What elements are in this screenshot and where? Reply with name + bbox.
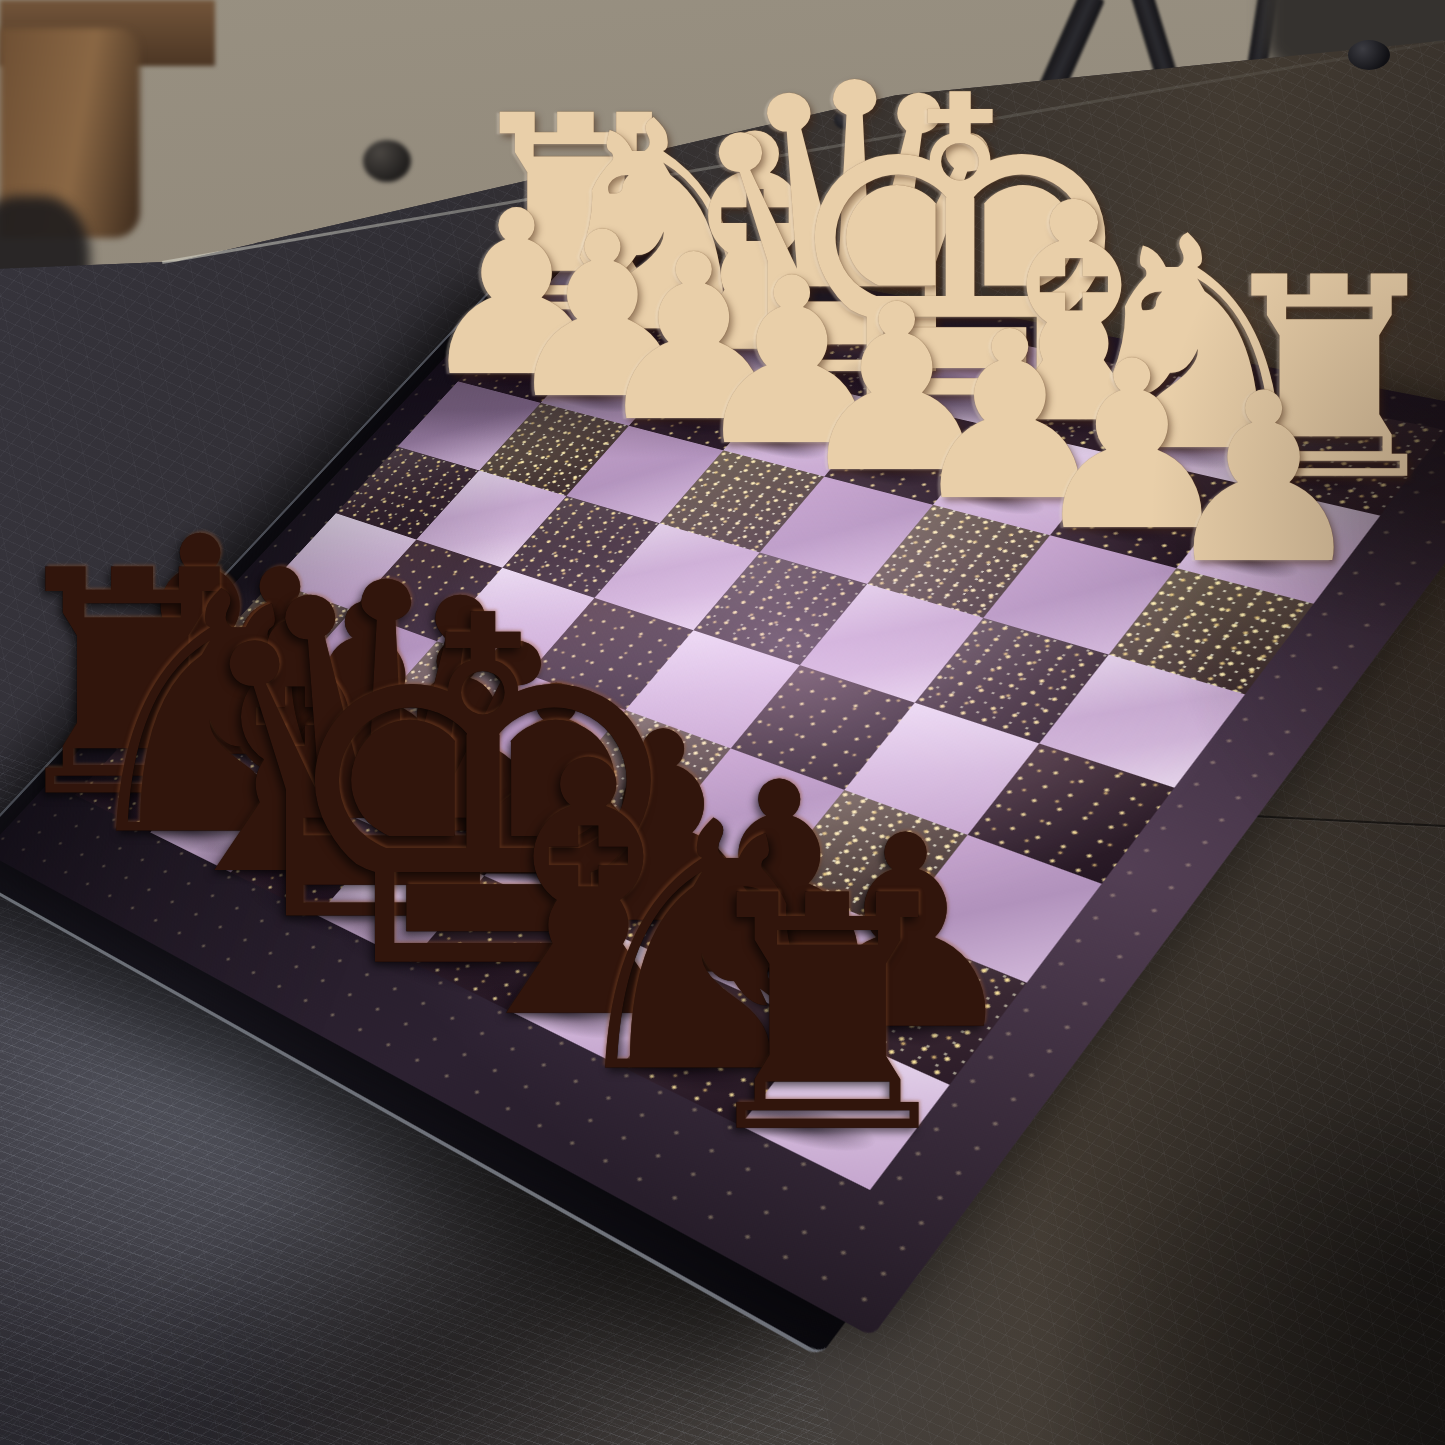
table-screw: [1348, 40, 1390, 70]
table-screw: [834, 110, 862, 130]
dark-object-on-carpet: [363, 140, 411, 182]
photo-scene: ♜♞♝♛♟♚♟♟♝♟♞♟♜♟♟♟♟♟♟♜♞♟♝♟♛♟♚♟♝♟♞♜: [0, 0, 1445, 1445]
